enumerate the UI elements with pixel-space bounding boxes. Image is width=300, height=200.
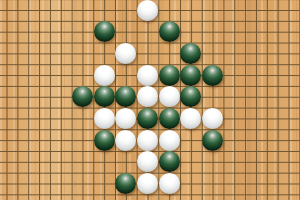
black-stone	[159, 21, 180, 42]
board-cell[interactable]	[158, 108, 180, 130]
board-cell[interactable]	[137, 64, 159, 86]
white-stone	[94, 65, 115, 86]
white-stone	[180, 108, 201, 129]
board-cell[interactable]	[202, 86, 224, 108]
white-stone	[137, 151, 158, 172]
board-cell[interactable]	[202, 21, 224, 43]
black-stone	[202, 130, 223, 151]
white-stone	[137, 173, 158, 194]
board-cell[interactable]	[202, 43, 224, 65]
board-cell[interactable]	[115, 151, 137, 173]
board-cell[interactable]	[93, 173, 115, 195]
black-stone	[94, 86, 115, 107]
black-stone	[180, 65, 201, 86]
board-cell[interactable]	[93, 151, 115, 173]
white-stone	[94, 108, 115, 129]
white-stone	[137, 86, 158, 107]
board-cell[interactable]	[93, 0, 115, 21]
board-cell[interactable]	[115, 129, 137, 151]
white-stone	[159, 130, 180, 151]
board-cell[interactable]	[158, 21, 180, 43]
board-cell[interactable]	[158, 129, 180, 151]
white-stone	[115, 43, 136, 64]
board-cell[interactable]	[137, 108, 159, 130]
board-cell[interactable]	[180, 21, 202, 43]
board-cell[interactable]	[202, 173, 224, 195]
board-cell[interactable]	[202, 0, 224, 21]
white-stone	[137, 65, 158, 86]
black-stone	[159, 65, 180, 86]
stone-grid	[72, 0, 224, 194]
black-stone	[115, 86, 136, 107]
board-cell[interactable]	[72, 21, 94, 43]
board-cell[interactable]	[72, 173, 94, 195]
black-stone	[159, 108, 180, 129]
black-stone	[94, 130, 115, 151]
board-cell[interactable]	[72, 151, 94, 173]
board-cell[interactable]	[72, 0, 94, 21]
board-cell[interactable]	[72, 129, 94, 151]
black-stone	[137, 108, 158, 129]
board-cell[interactable]	[93, 129, 115, 151]
board-cell[interactable]	[137, 43, 159, 65]
board-cell[interactable]	[115, 0, 137, 21]
board-cell[interactable]	[158, 86, 180, 108]
board-cell[interactable]	[202, 64, 224, 86]
board-cell[interactable]	[180, 0, 202, 21]
board-cell[interactable]	[180, 173, 202, 195]
board-cell[interactable]	[72, 64, 94, 86]
black-stone	[180, 43, 201, 64]
black-stone	[180, 86, 201, 107]
board-cell[interactable]	[115, 64, 137, 86]
game-board	[0, 0, 300, 200]
board-cell[interactable]	[93, 43, 115, 65]
board-cell[interactable]	[158, 0, 180, 21]
white-stone	[115, 108, 136, 129]
board-cell[interactable]	[137, 151, 159, 173]
board-cell[interactable]	[93, 108, 115, 130]
board-cell[interactable]	[115, 43, 137, 65]
board-cell[interactable]	[158, 151, 180, 173]
board-cell[interactable]	[180, 129, 202, 151]
black-stone	[159, 151, 180, 172]
board-cell[interactable]	[137, 173, 159, 195]
board-cell[interactable]	[93, 86, 115, 108]
board-cell[interactable]	[180, 64, 202, 86]
board-cell[interactable]	[202, 129, 224, 151]
white-stone	[137, 0, 158, 21]
black-stone	[202, 65, 223, 86]
board-cell[interactable]	[158, 173, 180, 195]
board-cell[interactable]	[180, 108, 202, 130]
board-cell[interactable]	[137, 21, 159, 43]
board-cell[interactable]	[202, 151, 224, 173]
board-cell[interactable]	[180, 43, 202, 65]
black-stone	[94, 21, 115, 42]
board-cell[interactable]	[115, 108, 137, 130]
board-cell[interactable]	[137, 86, 159, 108]
board-cell[interactable]	[180, 86, 202, 108]
board-cell[interactable]	[115, 21, 137, 43]
board-cell[interactable]	[93, 21, 115, 43]
white-stone	[159, 173, 180, 194]
white-stone	[115, 130, 136, 151]
black-stone	[72, 86, 93, 107]
board-cell[interactable]	[158, 64, 180, 86]
board-cell[interactable]	[115, 173, 137, 195]
board-cell[interactable]	[158, 43, 180, 65]
board-cell[interactable]	[93, 64, 115, 86]
board-cell[interactable]	[180, 151, 202, 173]
board-cell[interactable]	[137, 0, 159, 21]
board-cell[interactable]	[115, 86, 137, 108]
white-stone	[159, 86, 180, 107]
board-cell[interactable]	[137, 129, 159, 151]
board-cell[interactable]	[72, 108, 94, 130]
board-cell[interactable]	[202, 108, 224, 130]
board-cell[interactable]	[72, 86, 94, 108]
black-stone	[115, 173, 136, 194]
white-stone	[137, 130, 158, 151]
board-cell[interactable]	[72, 43, 94, 65]
white-stone	[202, 108, 223, 129]
